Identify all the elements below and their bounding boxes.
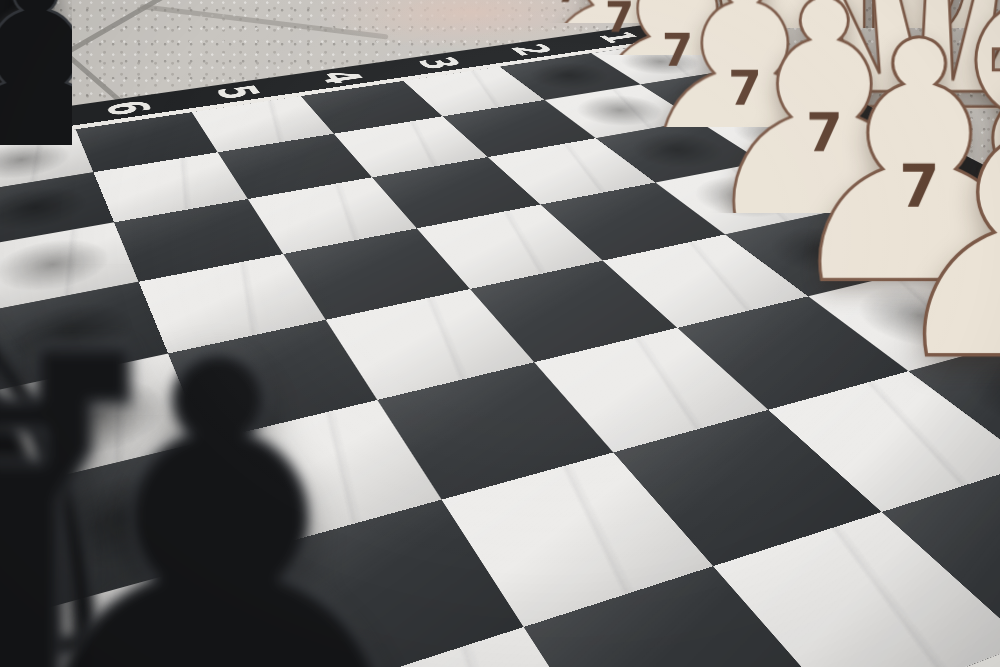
- pawn-glyph: ♟: [870, 42, 1000, 410]
- pawn-glyph: ♟: [993, 98, 1000, 511]
- board-squares: ♜♟♟7♜♞♟♟7♞♝♟♟7♝♚♟♟7♚♛♟♟7♛♝♟♟7♝♞♟♟7♞♜♟♟7♜: [0, 40, 1000, 667]
- chess-board: 87654321 ♜♟♟7♜♞♟♟7♞♝♟♟7♝♚♟♟7♚♛♟♟7♛♝♟♟7♝♞…: [0, 17, 1000, 667]
- chess-photo-stage: 87654321 ♜♟♟7♜♞♟♟7♞♝♟♟7♝♚♟♟7♚♛♟♟7♛♝♟♟7♝♞…: [0, 0, 1000, 667]
- rook-glyph: ♜: [0, 269, 243, 667]
